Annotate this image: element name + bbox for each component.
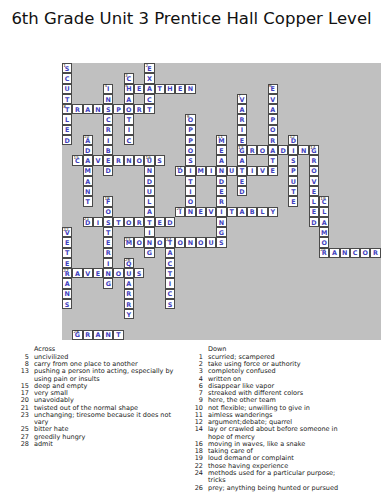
clue-item-text: methods used for a particular purpose; t… [208,470,354,485]
grid-cell[interactable]: N [185,84,195,94]
grid-cell[interactable]: R [124,299,134,309]
grid-cell[interactable]: 4I [103,84,113,94]
cell-letter: S [65,301,70,307]
grid-cell[interactable]: O [309,166,319,176]
grid-cell[interactable]: G [103,278,113,288]
cell-letter: X [147,76,152,82]
grid-cell[interactable]: A [93,330,103,340]
cell-letter: R [373,250,378,256]
grid-cell[interactable]: D [83,145,93,155]
cell-letter: C [106,117,111,123]
grid-cell[interactable]: 18F [103,196,113,206]
cell-letter: A [239,158,244,164]
grid-cell[interactable]: O [360,248,370,258]
grid-cell[interactable]: N [144,166,154,176]
grid-cell[interactable]: P [185,125,195,135]
grid-cell[interactable]: N [62,289,72,299]
grid-cell[interactable]: 14G [309,145,319,155]
cell-letter: B [106,147,111,153]
grid-cell[interactable]: R [268,135,278,145]
clue-item-number: 23 [14,412,29,419]
grid-cell[interactable]: R [124,289,134,299]
cell-letter: U [229,168,234,174]
grid-cell[interactable]: R [247,145,257,155]
grid-cell[interactable]: A [319,217,329,227]
grid-cell[interactable]: N [103,94,113,104]
grid-cell[interactable]: T [144,217,154,227]
grid-cell[interactable]: T [155,84,165,94]
cell-letter: S [65,65,70,71]
grid-cell[interactable]: A [124,278,134,288]
grid-cell[interactable]: A [83,155,93,165]
grid-cell[interactable]: L [144,196,154,206]
across-clue-list: 5uncivilized8carry from one place to ano… [14,354,186,448]
grid-cell[interactable]: E [237,176,247,186]
grid-cell[interactable]: U [288,176,298,186]
cell-letter: E [65,127,69,133]
grid-cell[interactable]: 8T [62,104,72,114]
grid-cell[interactable]: I [103,258,113,268]
cell-letter: O [116,270,121,276]
grid-cell[interactable]: B [247,207,257,217]
grid-cell[interactable]: P [113,104,123,114]
grid-cell[interactable]: T [103,227,113,237]
cell-letter: E [106,240,110,246]
grid-cell[interactable]: A [268,104,278,114]
grid-cell[interactable]: T [237,166,247,176]
grid-cell[interactable]: A [83,176,93,186]
grid-cell[interactable]: C [62,73,72,83]
grid-cell[interactable]: I [185,166,195,176]
grid-cell[interactable]: O [319,237,329,247]
cell-letter: R [85,332,90,338]
grid-cell[interactable]: V [83,268,93,278]
grid-cell[interactable]: G [216,227,226,237]
grid-cell[interactable]: S [155,155,165,165]
cell-letter: A [96,332,101,338]
cell-letter: A [65,281,70,287]
cell-letter: R [126,291,131,297]
cell-letter: P [270,117,275,123]
grid-cell[interactable]: O [268,125,278,135]
cell-letter: N [64,291,69,297]
grid-cell[interactable]: 27R [62,268,72,278]
clue-item-number: 28 [14,441,29,448]
grid-cell[interactable]: H [165,84,175,94]
cell-letter: A [270,147,275,153]
cell-letter: S [168,301,173,307]
grid-cell[interactable]: R [237,114,247,124]
cell-letter: E [199,209,203,215]
grid-cell[interactable]: M [319,227,329,237]
grid-cell[interactable]: 10A [83,135,93,145]
grid-cell[interactable]: V [268,94,278,104]
cell-letter: R [65,270,70,276]
grid-cell[interactable]: 2E [144,63,154,73]
grid-cell[interactable]: 16U [144,155,154,165]
grid-cell[interactable]: 17D [175,166,185,176]
grid-cell[interactable]: D [103,166,113,176]
cell-letter: U [208,240,213,246]
grid-cell[interactable]: T [62,94,72,104]
cell-letter: I [97,219,99,225]
grid-cell[interactable]: I [237,125,247,135]
grid-cell[interactable]: O [185,196,195,206]
grid-cell[interactable]: A [329,248,339,258]
grid-cell[interactable]: I [206,166,216,176]
grid-cell[interactable]: V [206,207,216,217]
grid-cell[interactable]: 25R [319,248,329,258]
grid-cell[interactable]: S [62,299,72,309]
cell-letter: D [178,168,183,174]
cell-letter: I [189,188,191,194]
grid-cell[interactable]: O [113,268,123,278]
clue-item-text: pushing a person into acting, especially… [34,368,180,383]
grid-cell[interactable]: V [93,155,103,165]
grid-cell[interactable]: D [237,186,247,196]
cell-letter: G [219,229,224,235]
cell-letter: R [270,137,275,143]
grid-cell[interactable]: A [165,248,175,258]
grid-cell[interactable]: A [237,155,247,165]
grid-cell[interactable]: T [62,248,72,258]
cell-letter: O [188,199,193,205]
grid-cell[interactable]: O [175,237,185,247]
cell-letter: N [188,240,193,246]
grid-cell[interactable]: E [103,237,113,247]
grid-cell[interactable]: 9O [185,114,195,124]
cell-letter: E [157,219,161,225]
cell-letter: G [75,332,80,338]
cell-letter: S [106,106,111,112]
grid-cell[interactable]: E [62,237,72,247]
cell-letter: T [271,158,275,164]
cell-letter: U [65,86,70,92]
grid-cell[interactable]: I [247,166,257,176]
grid-cell[interactable]: B [103,145,113,155]
cell-letter: B [250,209,255,215]
grid-cell[interactable]: G [144,248,154,258]
cell-letter: A [239,209,244,215]
grid-cell[interactable]: 24T [165,237,175,247]
grid-cell[interactable]: L [257,207,267,217]
cell-letter: N [188,86,193,92]
cell-letter: O [106,209,111,215]
grid-cell[interactable]: T [185,176,195,186]
grid-cell[interactable]: D [278,145,288,155]
grid-cell[interactable]: N [340,248,350,258]
grid-cell[interactable]: T [124,114,134,124]
grid-cell[interactable]: E [309,207,319,217]
grid-cell[interactable]: N [185,237,195,247]
grid-cell[interactable]: N [83,186,93,196]
grid-cell[interactable]: S [134,268,144,278]
grid-cell[interactable]: E [216,186,226,196]
clue-item: 14lay or crawled about before someone in… [188,426,380,441]
grid-cell[interactable]: D [165,217,175,227]
grid-cell[interactable]: O [103,207,113,217]
grid-cell[interactable]: I [124,125,134,135]
grid-cell[interactable]: I [185,186,195,196]
grid-cell[interactable]: R [113,155,123,165]
grid-cell[interactable]: N [216,217,226,227]
grid-cell[interactable]: O [257,145,267,155]
grid-cell[interactable]: 7V [237,94,247,104]
cell-letter: R [116,158,121,164]
cell-letter: D [64,137,69,143]
cell-letter: H [167,86,172,92]
grid-cell[interactable]: A [237,207,247,217]
grid-cell[interactable]: T [288,186,298,196]
grid-cell[interactable]: N [144,237,154,247]
grid-cell[interactable]: R [134,104,144,114]
cell-letter: I [179,209,181,215]
cell-letter: P [188,127,193,133]
cell-letter: N [219,219,224,225]
grid-cell[interactable]: O [196,237,206,247]
clue-item-number: 14 [188,426,203,433]
grid-cell[interactable]: C [165,289,175,299]
grid-cell[interactable]: N [103,268,113,278]
grid-cell[interactable]: U [206,237,216,247]
cell-letter: T [106,229,110,235]
grid-cell[interactable]: T [165,268,175,278]
grid-cell[interactable]: U [227,166,237,176]
grid-cell[interactable]: P [185,135,195,145]
cell-letter: N [219,168,224,174]
cell-letter: O [126,219,131,225]
cell-letter: O [198,240,203,246]
cell-letter: E [96,270,100,276]
cell-letter: A [126,281,131,287]
cell-letter: I [292,147,294,153]
grid-cell[interactable]: O [124,104,134,114]
grid-cell[interactable]: 22V [62,227,72,237]
grid-cell[interactable]: E [103,155,113,165]
grid-cell[interactable]: I [93,217,103,227]
grid-cell[interactable]: C [124,135,134,145]
cell-letter: Y [270,209,275,215]
cell-letter: T [168,270,172,276]
cell-letter: D [219,178,224,184]
grid-cell[interactable]: X [144,73,154,83]
cell-letter: A [75,270,80,276]
grid-cell[interactable]: O [155,237,165,247]
grid-cell[interactable]: A [124,94,134,104]
grid-cell[interactable]: 28G [72,330,82,340]
grid-cell[interactable]: O [134,155,144,165]
grid-cell[interactable]: T [113,217,123,227]
cell-letter: Q [126,260,131,266]
grid-cell[interactable]: U [124,268,134,278]
grid-cell[interactable]: T [268,155,278,165]
cell-letter: U [147,158,152,164]
grid-cell[interactable]: I [216,207,226,217]
grid-cell[interactable]: 1S [62,63,72,73]
grid-cell[interactable]: 20I [175,207,185,217]
clue-item-text: lay or crawled about before someone in h… [208,426,354,441]
grid-cell[interactable]: E [93,268,103,278]
grid-cell[interactable]: L [62,114,72,124]
grid-cell[interactable]: 12D [288,135,298,145]
cell-letter: E [312,188,316,194]
grid-cell[interactable]: E [62,258,72,268]
cell-letter: I [107,86,109,92]
grid-cell[interactable]: O [134,237,144,247]
grid-cell[interactable]: A [144,84,154,94]
grid-cell[interactable]: L [319,207,329,217]
grid-cell[interactable]: S [185,155,195,165]
grid-cell[interactable]: S [165,299,175,309]
grid-cell[interactable]: E [309,186,319,196]
grid-cell[interactable]: E [155,217,165,227]
grid-cell[interactable]: E [196,207,206,217]
cell-letter: E [240,178,244,184]
cell-letter: R [137,219,142,225]
cell-letter: A [332,250,337,256]
grid-cell[interactable]: A [237,104,247,114]
cell-letter: V [260,168,265,174]
grid-cell[interactable]: T [113,330,123,340]
cell-letter: R [239,117,244,123]
grid-cell[interactable]: Y [268,207,278,217]
grid-cell[interactable]: I [288,145,298,155]
grid-cell[interactable]: D [144,176,154,186]
grid-cell[interactable]: U [62,84,72,94]
grid-cell[interactable]: A [83,104,93,114]
grid-cell[interactable]: D [62,135,72,145]
grid-cell[interactable]: I [103,135,113,145]
grid-cell[interactable]: 26Q [124,258,134,268]
grid-cell[interactable]: E [134,84,144,94]
grid-cell[interactable]: 15C [72,155,82,165]
cell-letter: N [147,168,152,174]
cell-letter: T [65,250,69,256]
grid-cell[interactable]: U [144,186,154,196]
grid-cell[interactable]: R [83,330,93,340]
grid-cell[interactable]: S [103,217,113,227]
grid-cell[interactable]: C [350,248,360,258]
grid-cell[interactable]: R [309,155,319,165]
cell-letter: V [96,158,101,164]
grid-cell[interactable]: I [165,278,175,288]
grid-cell[interactable]: T [144,104,154,114]
grid-cell[interactable]: D [309,217,319,227]
grid-cell[interactable]: 6E [268,84,278,94]
across-clues: Across 5uncivilized8carry from one place… [14,346,186,448]
grid-cell[interactable]: E [288,196,298,206]
grid-cell[interactable]: C [103,114,113,124]
cell-letter: M [321,229,327,235]
cell-letter: T [147,219,151,225]
grid-cell[interactable]: N [93,104,103,114]
grid-cell[interactable]: 13G [237,145,247,155]
grid-cell[interactable]: S [216,237,226,247]
grid-cell[interactable]: T [83,196,93,206]
cell-letter: T [188,178,192,184]
cell-letter: D [106,168,111,174]
grid-cell[interactable]: A [268,145,278,155]
grid-cell[interactable]: E [237,135,247,145]
grid-cell[interactable]: S [288,155,298,165]
grid-cell[interactable]: O [185,145,195,155]
grid-cell[interactable]: O [124,217,134,227]
grid-cell[interactable]: A [144,207,154,217]
grid-cell[interactable]: A [72,268,82,278]
grid-cell[interactable]: I [144,227,154,237]
cell-letter: O [270,127,275,133]
grid-cell[interactable]: N [298,145,308,155]
cell-letter: T [157,86,161,92]
grid-cell[interactable]: 3C [124,73,134,83]
grid-cell[interactable]: N [216,166,226,176]
cell-letter: C [126,137,131,143]
grid-cell[interactable]: E [175,84,185,94]
cell-letter: A [126,96,131,102]
grid-cell[interactable]: Y [124,309,134,319]
grid-cell[interactable]: V [309,176,319,186]
clue-item: 13pushing a person into acting, especial… [14,368,186,383]
grid-cell[interactable]: M [196,166,206,176]
clue-item-number: 13 [14,368,29,375]
grid-cell[interactable]: N [185,207,195,217]
cell-letter: E [106,158,110,164]
clue-item: 26prey; anything being hunted or pursued [188,485,380,492]
grid-cell[interactable]: P [268,114,278,124]
grid-cell[interactable]: 21D [83,217,93,227]
grid-cell[interactable]: E [62,125,72,135]
grid-cell[interactable]: S [103,104,113,114]
cell-letter: T [65,96,69,102]
grid-cell[interactable]: 23M [124,237,134,247]
grid-cell[interactable]: E [216,145,226,155]
grid-cell[interactable]: 19C [319,196,329,206]
cell-letter: N [188,209,193,215]
grid-cell[interactable]: N [103,330,113,340]
grid-cell[interactable]: L [309,196,319,206]
cell-letter: E [147,65,151,71]
grid-cell[interactable]: A [62,278,72,288]
grid-cell[interactable]: P [288,166,298,176]
grid-cell[interactable]: V [257,166,267,176]
grid-cell[interactable]: R [103,125,113,135]
grid-cell[interactable]: T [227,207,237,217]
cell-letter: A [85,137,90,143]
grid-cell[interactable]: C [165,258,175,268]
cell-letter: A [147,209,152,215]
grid-cell[interactable]: R [370,248,380,258]
grid-cell[interactable]: E [268,166,278,176]
down-clues: Down 1scurried; scampered2take using for… [188,346,380,492]
cell-letter: G [147,250,152,256]
grid-cell[interactable]: D [216,176,226,186]
grid-cell[interactable]: R [103,248,113,258]
cell-letter: D [291,137,296,143]
grid-cell[interactable]: N [124,155,134,165]
cell-letter: M [198,168,204,174]
grid-cell[interactable]: M [83,166,93,176]
grid-cell[interactable]: 11M [216,135,226,145]
grid-cell[interactable]: C [144,94,154,104]
page-title: 6th Grade Unit 3 Prentice Hall Copper Le… [0,9,383,28]
grid-cell[interactable]: R [72,104,82,114]
cell-letter: I [251,168,253,174]
grid-cell[interactable]: R [216,196,226,206]
grid-cell[interactable]: A [216,155,226,165]
cell-letter: U [126,270,131,276]
grid-cell[interactable]: R [134,217,144,227]
grid-cell[interactable]: 5H [124,84,134,94]
